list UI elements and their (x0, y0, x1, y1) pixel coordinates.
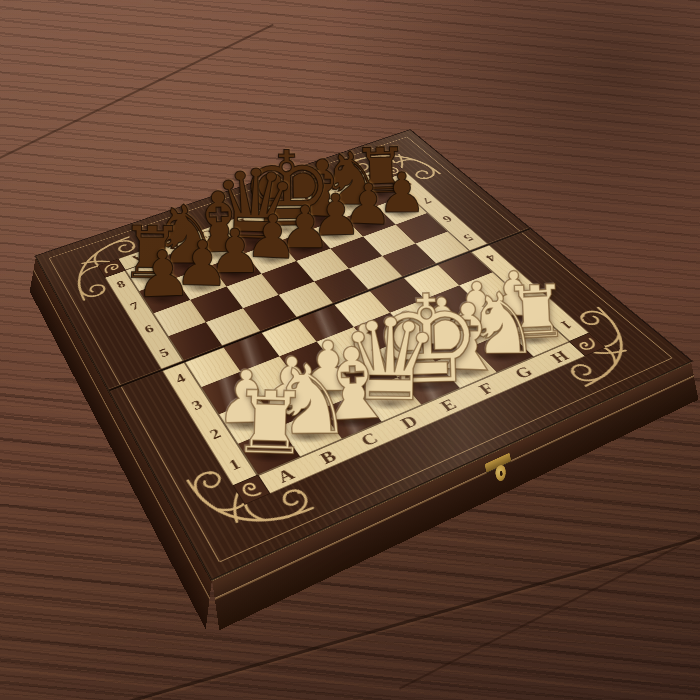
pieces-layer: ♜♞♝♛♚♝♞♜♟♟♟♟♟♟♟♟♟♟♟♟♟♟♟♟♜♞♝♛♚♝♞♜ (0, 0, 700, 700)
photo-scene: AABBCCDDEEFFGGHH1122334455667788 ♜♞♝♛♚♝♞… (0, 0, 700, 700)
piece-white-rook-a1[interactable]: ♜ (230, 379, 310, 468)
piece-black-pawn-a7[interactable]: ♟ (133, 242, 192, 308)
